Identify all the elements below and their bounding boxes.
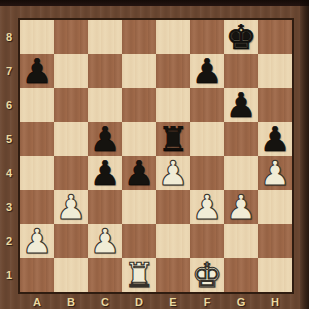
square-c6[interactable] xyxy=(88,88,122,122)
square-e3[interactable] xyxy=(156,190,190,224)
square-e5[interactable]: ♜ xyxy=(156,122,190,156)
square-h4[interactable]: ♟ xyxy=(258,156,292,190)
piece-black-rook: ♜ xyxy=(158,122,188,156)
rank-label-7: 7 xyxy=(0,54,18,88)
square-c2[interactable]: ♟ xyxy=(88,224,122,258)
square-f2[interactable] xyxy=(190,224,224,258)
chessboard-window: 87654321 ABCDEFGH ♚♟♟♟♟♜♟♟♟♟♟♟♟♟♟♟♜♚ xyxy=(0,0,309,309)
square-f7[interactable]: ♟ xyxy=(190,54,224,88)
square-d1[interactable]: ♜ xyxy=(122,258,156,292)
square-g1[interactable] xyxy=(224,258,258,292)
square-h6[interactable] xyxy=(258,88,292,122)
square-h5[interactable]: ♟ xyxy=(258,122,292,156)
square-b4[interactable] xyxy=(54,156,88,190)
square-f1[interactable]: ♚ xyxy=(190,258,224,292)
piece-black-pawn: ♟ xyxy=(226,88,256,122)
square-d6[interactable] xyxy=(122,88,156,122)
piece-white-pawn: ♟ xyxy=(260,156,290,190)
square-c1[interactable] xyxy=(88,258,122,292)
piece-white-king: ♚ xyxy=(192,258,222,292)
rank-label-5: 5 xyxy=(0,122,18,156)
piece-white-pawn: ♟ xyxy=(226,190,256,224)
piece-black-pawn: ♟ xyxy=(260,122,290,156)
square-h1[interactable] xyxy=(258,258,292,292)
square-a6[interactable] xyxy=(20,88,54,122)
file-labels: ABCDEFGH xyxy=(20,294,292,309)
square-c3[interactable] xyxy=(88,190,122,224)
rank-labels: 87654321 xyxy=(0,20,18,292)
piece-black-pawn: ♟ xyxy=(90,122,120,156)
square-h7[interactable] xyxy=(258,54,292,88)
square-a7[interactable]: ♟ xyxy=(20,54,54,88)
square-e8[interactable] xyxy=(156,20,190,54)
rank-label-6: 6 xyxy=(0,88,18,122)
square-f8[interactable] xyxy=(190,20,224,54)
piece-black-pawn: ♟ xyxy=(22,54,52,88)
square-c5[interactable]: ♟ xyxy=(88,122,122,156)
file-label-f: F xyxy=(190,294,224,309)
square-g7[interactable] xyxy=(224,54,258,88)
square-e7[interactable] xyxy=(156,54,190,88)
square-f3[interactable]: ♟ xyxy=(190,190,224,224)
piece-white-pawn: ♟ xyxy=(22,224,52,258)
square-b5[interactable] xyxy=(54,122,88,156)
square-a1[interactable] xyxy=(20,258,54,292)
square-e4[interactable]: ♟ xyxy=(156,156,190,190)
square-d8[interactable] xyxy=(122,20,156,54)
piece-black-king: ♚ xyxy=(226,20,256,54)
square-b6[interactable] xyxy=(54,88,88,122)
square-e1[interactable] xyxy=(156,258,190,292)
square-e2[interactable] xyxy=(156,224,190,258)
square-a5[interactable] xyxy=(20,122,54,156)
square-f5[interactable] xyxy=(190,122,224,156)
file-label-a: A xyxy=(20,294,54,309)
piece-white-pawn: ♟ xyxy=(192,190,222,224)
piece-black-pawn: ♟ xyxy=(192,54,222,88)
square-b7[interactable] xyxy=(54,54,88,88)
square-c8[interactable] xyxy=(88,20,122,54)
rank-label-2: 2 xyxy=(0,224,18,258)
piece-black-pawn: ♟ xyxy=(90,156,120,190)
square-g4[interactable] xyxy=(224,156,258,190)
square-b2[interactable] xyxy=(54,224,88,258)
frame-right-shadow xyxy=(300,0,309,309)
square-e6[interactable] xyxy=(156,88,190,122)
square-d3[interactable] xyxy=(122,190,156,224)
square-d5[interactable] xyxy=(122,122,156,156)
square-g8[interactable]: ♚ xyxy=(224,20,258,54)
square-c7[interactable] xyxy=(88,54,122,88)
square-h8[interactable] xyxy=(258,20,292,54)
square-h3[interactable] xyxy=(258,190,292,224)
rank-label-3: 3 xyxy=(0,190,18,224)
square-g2[interactable] xyxy=(224,224,258,258)
file-label-e: E xyxy=(156,294,190,309)
square-d7[interactable] xyxy=(122,54,156,88)
square-g6[interactable]: ♟ xyxy=(224,88,258,122)
file-label-b: B xyxy=(54,294,88,309)
square-b8[interactable] xyxy=(54,20,88,54)
square-f4[interactable] xyxy=(190,156,224,190)
square-b3[interactable]: ♟ xyxy=(54,190,88,224)
square-a4[interactable] xyxy=(20,156,54,190)
square-g3[interactable]: ♟ xyxy=(224,190,258,224)
rank-label-1: 1 xyxy=(0,258,18,292)
square-h2[interactable] xyxy=(258,224,292,258)
file-label-h: H xyxy=(258,294,292,309)
square-a3[interactable] xyxy=(20,190,54,224)
piece-white-pawn: ♟ xyxy=(90,224,120,258)
piece-black-pawn: ♟ xyxy=(124,156,154,190)
piece-white-pawn: ♟ xyxy=(158,156,188,190)
frame-top-edge xyxy=(0,0,309,6)
square-b1[interactable] xyxy=(54,258,88,292)
square-f6[interactable] xyxy=(190,88,224,122)
square-a2[interactable]: ♟ xyxy=(20,224,54,258)
piece-white-rook: ♜ xyxy=(124,258,154,292)
square-d2[interactable] xyxy=(122,224,156,258)
square-d4[interactable]: ♟ xyxy=(122,156,156,190)
rank-label-4: 4 xyxy=(0,156,18,190)
rank-label-8: 8 xyxy=(0,20,18,54)
file-label-d: D xyxy=(122,294,156,309)
file-label-c: C xyxy=(88,294,122,309)
piece-white-pawn: ♟ xyxy=(56,190,86,224)
square-c4[interactable]: ♟ xyxy=(88,156,122,190)
file-label-g: G xyxy=(224,294,258,309)
square-g5[interactable] xyxy=(224,122,258,156)
chess-board: ♚♟♟♟♟♜♟♟♟♟♟♟♟♟♟♟♜♚ xyxy=(18,18,294,294)
square-a8[interactable] xyxy=(20,20,54,54)
